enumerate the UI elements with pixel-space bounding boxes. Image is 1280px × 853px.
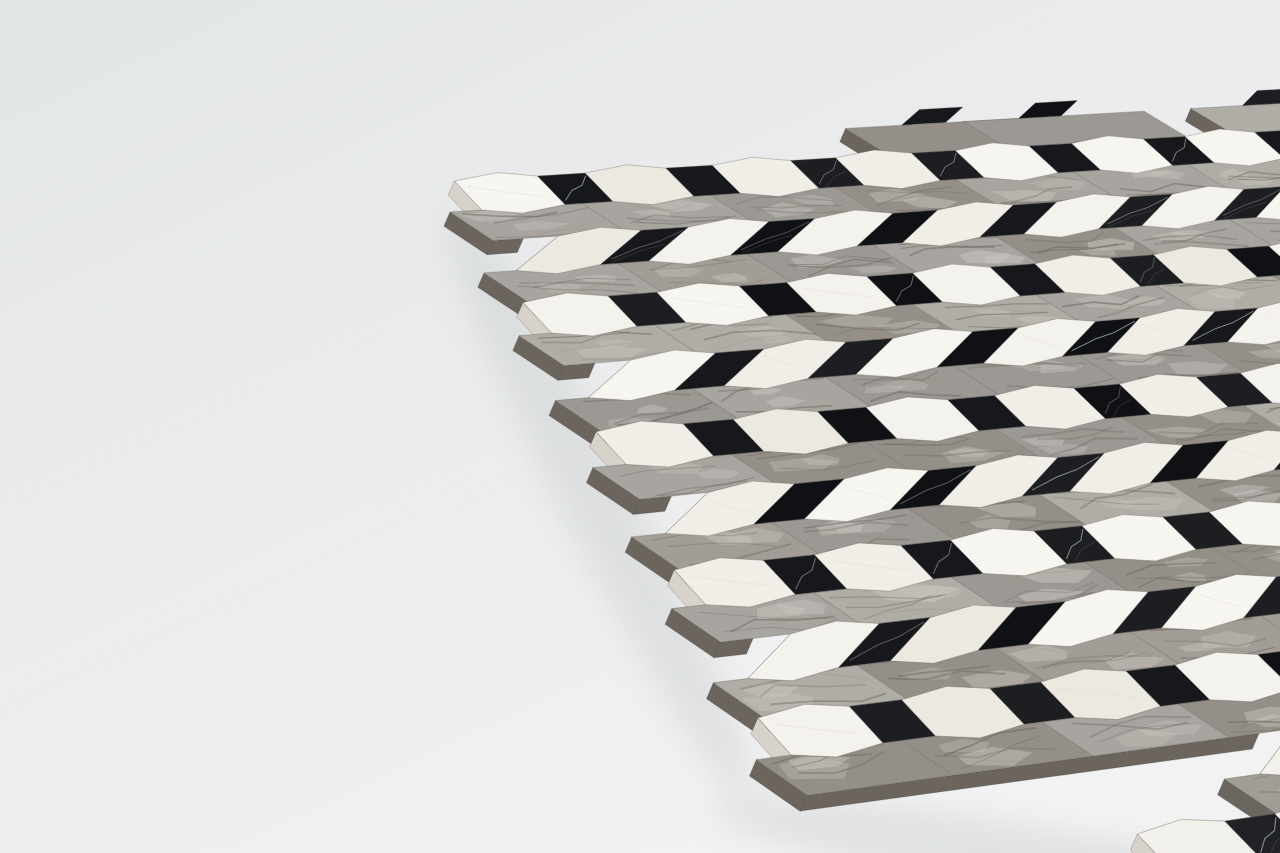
marble-tabletop-photo bbox=[0, 0, 1280, 853]
studio-backdrop bbox=[0, 0, 1280, 853]
tile-black-stub-riser bbox=[1243, 88, 1280, 105]
